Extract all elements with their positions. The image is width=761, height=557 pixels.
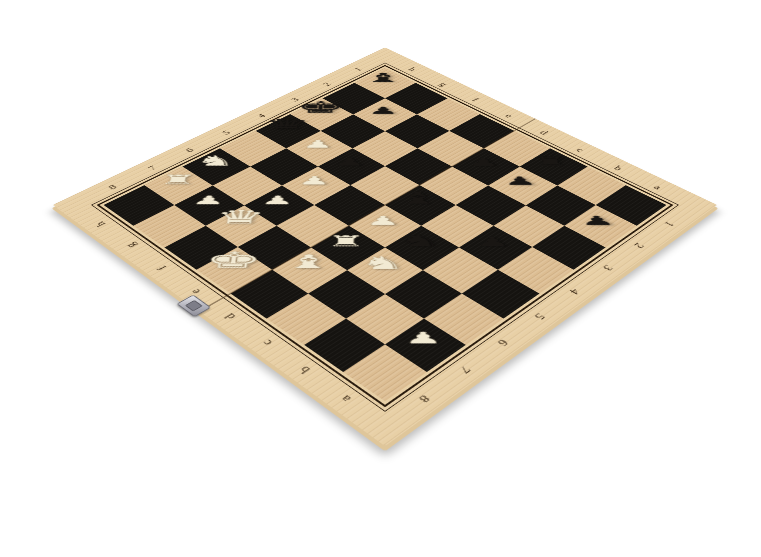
piece-black-rook-c1[interactable]: ♜: [531, 155, 569, 168]
piece-black-pawn-g2[interactable]: ♟: [368, 105, 398, 115]
rank-label-right-3: 3: [594, 260, 621, 277]
file-label-top-c: c: [568, 143, 592, 156]
piece-black-pawn-d2[interactable]: ♟: [467, 156, 500, 167]
product-photo-canvas: hgfedcbahgfedcba1234567812345678 ♚♛♜♜♝♞♞…: [0, 0, 761, 557]
file-label-bottom-h: h: [88, 216, 114, 231]
file-label-top-f: f: [464, 94, 487, 105]
piece-black-queen-h4[interactable]: ♛: [263, 117, 311, 132]
rank-label-right-8: 8: [408, 388, 439, 409]
rank-label-right-6: 6: [488, 333, 517, 352]
file-label-bottom-c: c: [252, 333, 281, 352]
playing-area: [97, 65, 674, 407]
rank-label-left-5: 5: [214, 126, 237, 138]
piece-black-pawn-c2[interactable]: ♟: [503, 175, 537, 187]
rank-label-right-7: 7: [449, 360, 479, 380]
file-label-top-h: h: [401, 64, 423, 75]
piece-black-king-h3[interactable]: ♚: [295, 99, 344, 115]
piece-white-pawn-f5[interactable]: ♟: [298, 175, 331, 187]
piece-black-bishop-d4[interactable]: ♝: [395, 190, 441, 207]
file-label-top-a: a: [645, 180, 670, 194]
file-label-bottom-g: g: [118, 237, 145, 253]
board-scene: hgfedcbahgfedcba1234567812345678 ♚♛♜♜♝♞♞…: [0, 0, 761, 557]
rank-label-right-2: 2: [626, 237, 653, 253]
board-grid: [104, 68, 667, 401]
chess-board: hgfedcbahgfedcba1234567812345678 ♚♛♜♜♝♞♞…: [53, 47, 718, 446]
piece-white-pawn-f6[interactable]: ♟: [261, 194, 295, 206]
file-label-top-b: b: [606, 161, 630, 174]
file-label-bottom-a: a: [331, 388, 362, 409]
rank-label-right-1: 1: [656, 216, 682, 231]
file-label-bottom-d: d: [216, 307, 245, 325]
metal-clasp: [176, 295, 211, 318]
piece-white-pawn-g4[interactable]: ♟: [301, 139, 333, 150]
rank-label-right-4: 4: [560, 283, 588, 301]
file-label-top-g: g: [432, 79, 454, 90]
piece-white-pawn-g7[interactable]: ♟: [190, 194, 225, 206]
piece-black-pawn-f4[interactable]: ♟: [333, 156, 365, 167]
piece-white-knight-h6[interactable]: ♞: [194, 153, 237, 167]
rank-label-right-5: 5: [525, 307, 554, 325]
rank-label-left-2: 2: [316, 79, 338, 90]
file-label-top-e: e: [498, 110, 521, 122]
file-label-bottom-f: f: [149, 260, 176, 277]
file-label-bottom-b: b: [291, 360, 321, 380]
file-label-top-d: d: [532, 126, 555, 138]
piece-black-bishop-h1[interactable]: ♝: [363, 71, 403, 83]
piece-white-rook-h7[interactable]: ♜: [158, 173, 198, 186]
